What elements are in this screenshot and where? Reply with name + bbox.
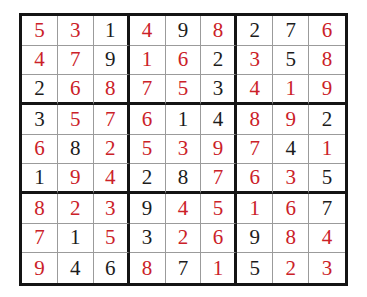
sudoku-cell-r1c8[interactable]: 7 <box>273 16 309 46</box>
sudoku-cell-r8c8[interactable]: 8 <box>273 224 309 254</box>
sudoku-cell-r5c6[interactable]: 9 <box>201 135 237 165</box>
sudoku-cell-r9c2[interactable]: 4 <box>58 253 94 283</box>
sudoku-cell-r4c4[interactable]: 6 <box>130 105 166 135</box>
sudoku-cell-r9c9[interactable]: 3 <box>309 253 345 283</box>
sudoku-cell-r1c6[interactable]: 8 <box>201 16 237 46</box>
sudoku-cell-r2c1[interactable]: 4 <box>22 46 58 76</box>
sudoku-board: 5314982764791623582687534193576148926825… <box>19 13 348 286</box>
sudoku-cell-r9c1[interactable]: 9 <box>22 253 58 283</box>
sudoku-cell-r9c3[interactable]: 6 <box>94 253 130 283</box>
sudoku-cell-r8c6[interactable]: 6 <box>201 224 237 254</box>
sudoku-cell-r4c5[interactable]: 1 <box>166 105 202 135</box>
sudoku-cell-r4c8[interactable]: 9 <box>273 105 309 135</box>
sudoku-cell-r5c2[interactable]: 8 <box>58 135 94 165</box>
sudoku-cell-r8c1[interactable]: 7 <box>22 224 58 254</box>
sudoku-cell-r9c8[interactable]: 2 <box>273 253 309 283</box>
sudoku-cell-r8c7[interactable]: 9 <box>237 224 273 254</box>
sudoku-cell-r7c7[interactable]: 1 <box>237 194 273 224</box>
sudoku-cell-r1c3[interactable]: 1 <box>94 16 130 46</box>
sudoku-cell-r9c5[interactable]: 7 <box>166 253 202 283</box>
sudoku-cell-r4c1[interactable]: 3 <box>22 105 58 135</box>
sudoku-cell-r4c2[interactable]: 5 <box>58 105 94 135</box>
sudoku-cell-r4c9[interactable]: 2 <box>309 105 345 135</box>
sudoku-cell-r9c6[interactable]: 1 <box>201 253 237 283</box>
sudoku-cell-r4c3[interactable]: 7 <box>94 105 130 135</box>
sudoku-cell-r6c7[interactable]: 6 <box>237 164 273 194</box>
sudoku-cell-r9c4[interactable]: 8 <box>130 253 166 283</box>
sudoku-cell-r8c5[interactable]: 2 <box>166 224 202 254</box>
sudoku-cell-r5c1[interactable]: 6 <box>22 135 58 165</box>
sudoku-cell-r6c6[interactable]: 7 <box>201 164 237 194</box>
sudoku-cell-r5c3[interactable]: 2 <box>94 135 130 165</box>
sudoku-cell-r2c7[interactable]: 3 <box>237 46 273 76</box>
sudoku-cell-r9c7[interactable]: 5 <box>237 253 273 283</box>
sudoku-cell-r6c5[interactable]: 8 <box>166 164 202 194</box>
sudoku-cell-r7c9[interactable]: 7 <box>309 194 345 224</box>
sudoku-cell-r5c9[interactable]: 1 <box>309 135 345 165</box>
sudoku-cell-r1c2[interactable]: 3 <box>58 16 94 46</box>
sudoku-cell-r7c6[interactable]: 5 <box>201 194 237 224</box>
sudoku-cell-r7c4[interactable]: 9 <box>130 194 166 224</box>
sudoku-cell-r7c1[interactable]: 8 <box>22 194 58 224</box>
sudoku-cell-r6c4[interactable]: 2 <box>130 164 166 194</box>
sudoku-cell-r8c9[interactable]: 4 <box>309 224 345 254</box>
sudoku-cell-r1c7[interactable]: 2 <box>237 16 273 46</box>
sudoku-cell-r4c6[interactable]: 4 <box>201 105 237 135</box>
sudoku-cell-r6c9[interactable]: 5 <box>309 164 345 194</box>
sudoku-cell-r8c4[interactable]: 3 <box>130 224 166 254</box>
sudoku-cell-r2c3[interactable]: 9 <box>94 46 130 76</box>
sudoku-cell-r3c1[interactable]: 2 <box>22 75 58 105</box>
sudoku-cell-r3c4[interactable]: 7 <box>130 75 166 105</box>
sudoku-cell-r6c2[interactable]: 9 <box>58 164 94 194</box>
sudoku-cell-r1c9[interactable]: 6 <box>309 16 345 46</box>
sudoku-cell-r3c9[interactable]: 9 <box>309 75 345 105</box>
sudoku-cell-r6c1[interactable]: 1 <box>22 164 58 194</box>
sudoku-cell-r3c8[interactable]: 1 <box>273 75 309 105</box>
sudoku-cell-r5c7[interactable]: 7 <box>237 135 273 165</box>
sudoku-cell-r5c4[interactable]: 5 <box>130 135 166 165</box>
sudoku-cell-r2c8[interactable]: 5 <box>273 46 309 76</box>
sudoku-cell-r2c9[interactable]: 8 <box>309 46 345 76</box>
sudoku-cell-r2c4[interactable]: 1 <box>130 46 166 76</box>
sudoku-cell-r4c7[interactable]: 8 <box>237 105 273 135</box>
sudoku-cell-r7c8[interactable]: 6 <box>273 194 309 224</box>
sudoku-cell-r7c5[interactable]: 4 <box>166 194 202 224</box>
sudoku-cell-r8c2[interactable]: 1 <box>58 224 94 254</box>
sudoku-cell-r2c5[interactable]: 6 <box>166 46 202 76</box>
sudoku-cell-r1c5[interactable]: 9 <box>166 16 202 46</box>
sudoku-cell-r3c3[interactable]: 8 <box>94 75 130 105</box>
sudoku-cell-r3c7[interactable]: 4 <box>237 75 273 105</box>
sudoku-cell-r5c5[interactable]: 3 <box>166 135 202 165</box>
sudoku-cell-r7c3[interactable]: 3 <box>94 194 130 224</box>
sudoku-cell-r3c6[interactable]: 3 <box>201 75 237 105</box>
sudoku-cell-r7c2[interactable]: 2 <box>58 194 94 224</box>
sudoku-cell-r3c2[interactable]: 6 <box>58 75 94 105</box>
sudoku-cell-r8c3[interactable]: 5 <box>94 224 130 254</box>
sudoku-cell-r5c8[interactable]: 4 <box>273 135 309 165</box>
sudoku-cell-r1c4[interactable]: 4 <box>130 16 166 46</box>
sudoku-cell-r6c3[interactable]: 4 <box>94 164 130 194</box>
sudoku-cell-r2c6[interactable]: 2 <box>201 46 237 76</box>
sudoku-cell-r3c5[interactable]: 5 <box>166 75 202 105</box>
sudoku-cell-r2c2[interactable]: 7 <box>58 46 94 76</box>
sudoku-cell-r6c8[interactable]: 3 <box>273 164 309 194</box>
sudoku-cell-r1c1[interactable]: 5 <box>22 16 58 46</box>
